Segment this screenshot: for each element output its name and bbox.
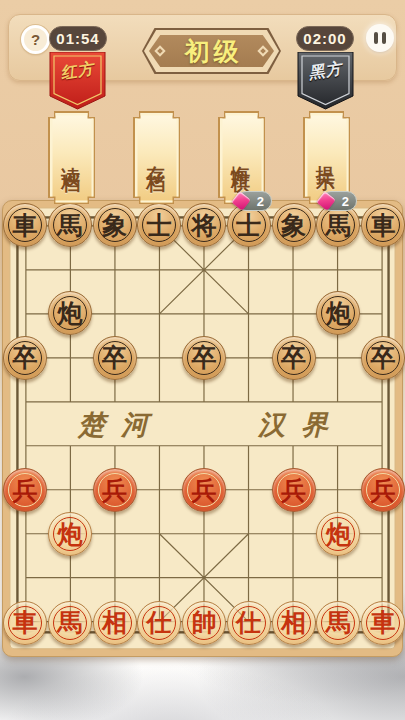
piece-red-馬[interactable]: 馬: [316, 601, 360, 645]
piece-black-卒[interactable]: 卒: [182, 336, 226, 380]
help-button[interactable]: ?: [21, 25, 50, 54]
piece-red-兵[interactable]: 兵: [93, 468, 137, 512]
piece-red-帥[interactable]: 帥: [182, 601, 226, 645]
piece-glyph: 車: [13, 213, 38, 238]
piece-black-将[interactable]: 将: [182, 203, 226, 247]
piece-red-兵[interactable]: 兵: [361, 468, 405, 512]
piece-glyph: 帥: [192, 610, 217, 635]
piece-red-相[interactable]: 相: [93, 601, 137, 645]
piece-red-兵[interactable]: 兵: [3, 468, 47, 512]
pause-icon: [382, 32, 386, 44]
hint-button-label: 提示: [314, 151, 340, 165]
piece-red-兵[interactable]: 兵: [272, 468, 316, 512]
piece-glyph: 相: [102, 610, 127, 635]
piece-black-卒[interactable]: 卒: [3, 336, 47, 380]
board-panel[interactable]: 楚河 汉界: [2, 200, 403, 657]
black-timer: 02:00: [296, 26, 354, 51]
level-banner: 初级: [142, 28, 281, 74]
piece-glyph: 炮: [57, 301, 82, 326]
piece-glyph: 馬: [57, 610, 82, 635]
piece-black-馬[interactable]: 馬: [48, 203, 92, 247]
red-timer: 01:54: [49, 26, 107, 51]
piece-glyph: 卒: [192, 345, 217, 370]
undo-badge: 2: [236, 191, 272, 211]
piece-black-卒[interactable]: 卒: [361, 336, 405, 380]
piece-glyph: 仕: [147, 610, 172, 635]
piece-glyph: 兵: [192, 478, 217, 503]
hint-button[interactable]: 提示 2: [303, 111, 350, 204]
piece-red-馬[interactable]: 馬: [48, 601, 92, 645]
piece-glyph: 卒: [371, 345, 396, 370]
piece-black-卒[interactable]: 卒: [93, 336, 137, 380]
red-side-ribbon: 红方: [49, 52, 106, 110]
piece-black-車[interactable]: 車: [3, 203, 47, 247]
piece-glyph: 象: [281, 213, 306, 238]
river-label-right: 汉界: [233, 404, 353, 446]
piece-glyph: 炮: [57, 522, 82, 547]
piece-glyph: 車: [13, 610, 38, 635]
piece-glyph: 兵: [102, 478, 127, 503]
pause-icon: [374, 32, 378, 44]
pause-button[interactable]: [366, 24, 394, 52]
piece-glyph: 車: [371, 213, 396, 238]
piece-black-象[interactable]: 象: [272, 203, 316, 247]
undo-button-label: 悔棋: [229, 151, 255, 165]
badge-count: 2: [257, 194, 264, 209]
piece-glyph: 馬: [326, 213, 351, 238]
piece-red-車[interactable]: 車: [3, 601, 47, 645]
piece-black-卒[interactable]: 卒: [272, 336, 316, 380]
question-icon: ?: [31, 31, 40, 48]
piece-glyph: 車: [371, 610, 396, 635]
load-button-label: 读档: [59, 151, 85, 165]
piece-black-車[interactable]: 車: [361, 203, 405, 247]
game-screen: ? 01:54 初级 02:00 红方: [0, 0, 405, 720]
level-title: 初级: [181, 35, 243, 68]
piece-glyph: 仕: [236, 610, 261, 635]
piece-glyph: 炮: [326, 522, 351, 547]
piece-glyph: 士: [147, 213, 172, 238]
piece-glyph: 兵: [13, 478, 38, 503]
piece-glyph: 卒: [281, 345, 306, 370]
save-button[interactable]: 存档: [133, 111, 180, 204]
piece-red-相[interactable]: 相: [272, 601, 316, 645]
piece-black-炮[interactable]: 炮: [48, 291, 92, 335]
load-button[interactable]: 读档: [48, 111, 95, 204]
piece-red-炮[interactable]: 炮: [48, 512, 92, 556]
piece-glyph: 卒: [102, 345, 127, 370]
piece-black-象[interactable]: 象: [93, 203, 137, 247]
badge-count: 2: [342, 194, 349, 209]
piece-glyph: 象: [102, 213, 127, 238]
piece-glyph: 兵: [281, 478, 306, 503]
piece-red-兵[interactable]: 兵: [182, 468, 226, 512]
piece-glyph: 馬: [57, 213, 82, 238]
piece-glyph: 馬: [326, 610, 351, 635]
piece-glyph: 卒: [13, 345, 38, 370]
save-button-label: 存档: [144, 151, 170, 165]
piece-glyph: 炮: [326, 301, 351, 326]
piece-red-仕[interactable]: 仕: [137, 601, 181, 645]
piece-glyph: 将: [192, 213, 217, 238]
piece-red-仕[interactable]: 仕: [227, 601, 271, 645]
piece-glyph: 相: [281, 610, 306, 635]
river-label-left: 楚河: [53, 404, 173, 446]
banner-inner: 初级: [149, 35, 274, 67]
black-side-ribbon: 黑方: [297, 52, 354, 110]
piece-red-車[interactable]: 車: [361, 601, 405, 645]
undo-button[interactable]: 悔棋 2: [218, 111, 265, 204]
hint-badge: 2: [321, 191, 357, 211]
piece-glyph: 士: [236, 213, 261, 238]
piece-glyph: 兵: [371, 478, 396, 503]
piece-black-士[interactable]: 士: [137, 203, 181, 247]
